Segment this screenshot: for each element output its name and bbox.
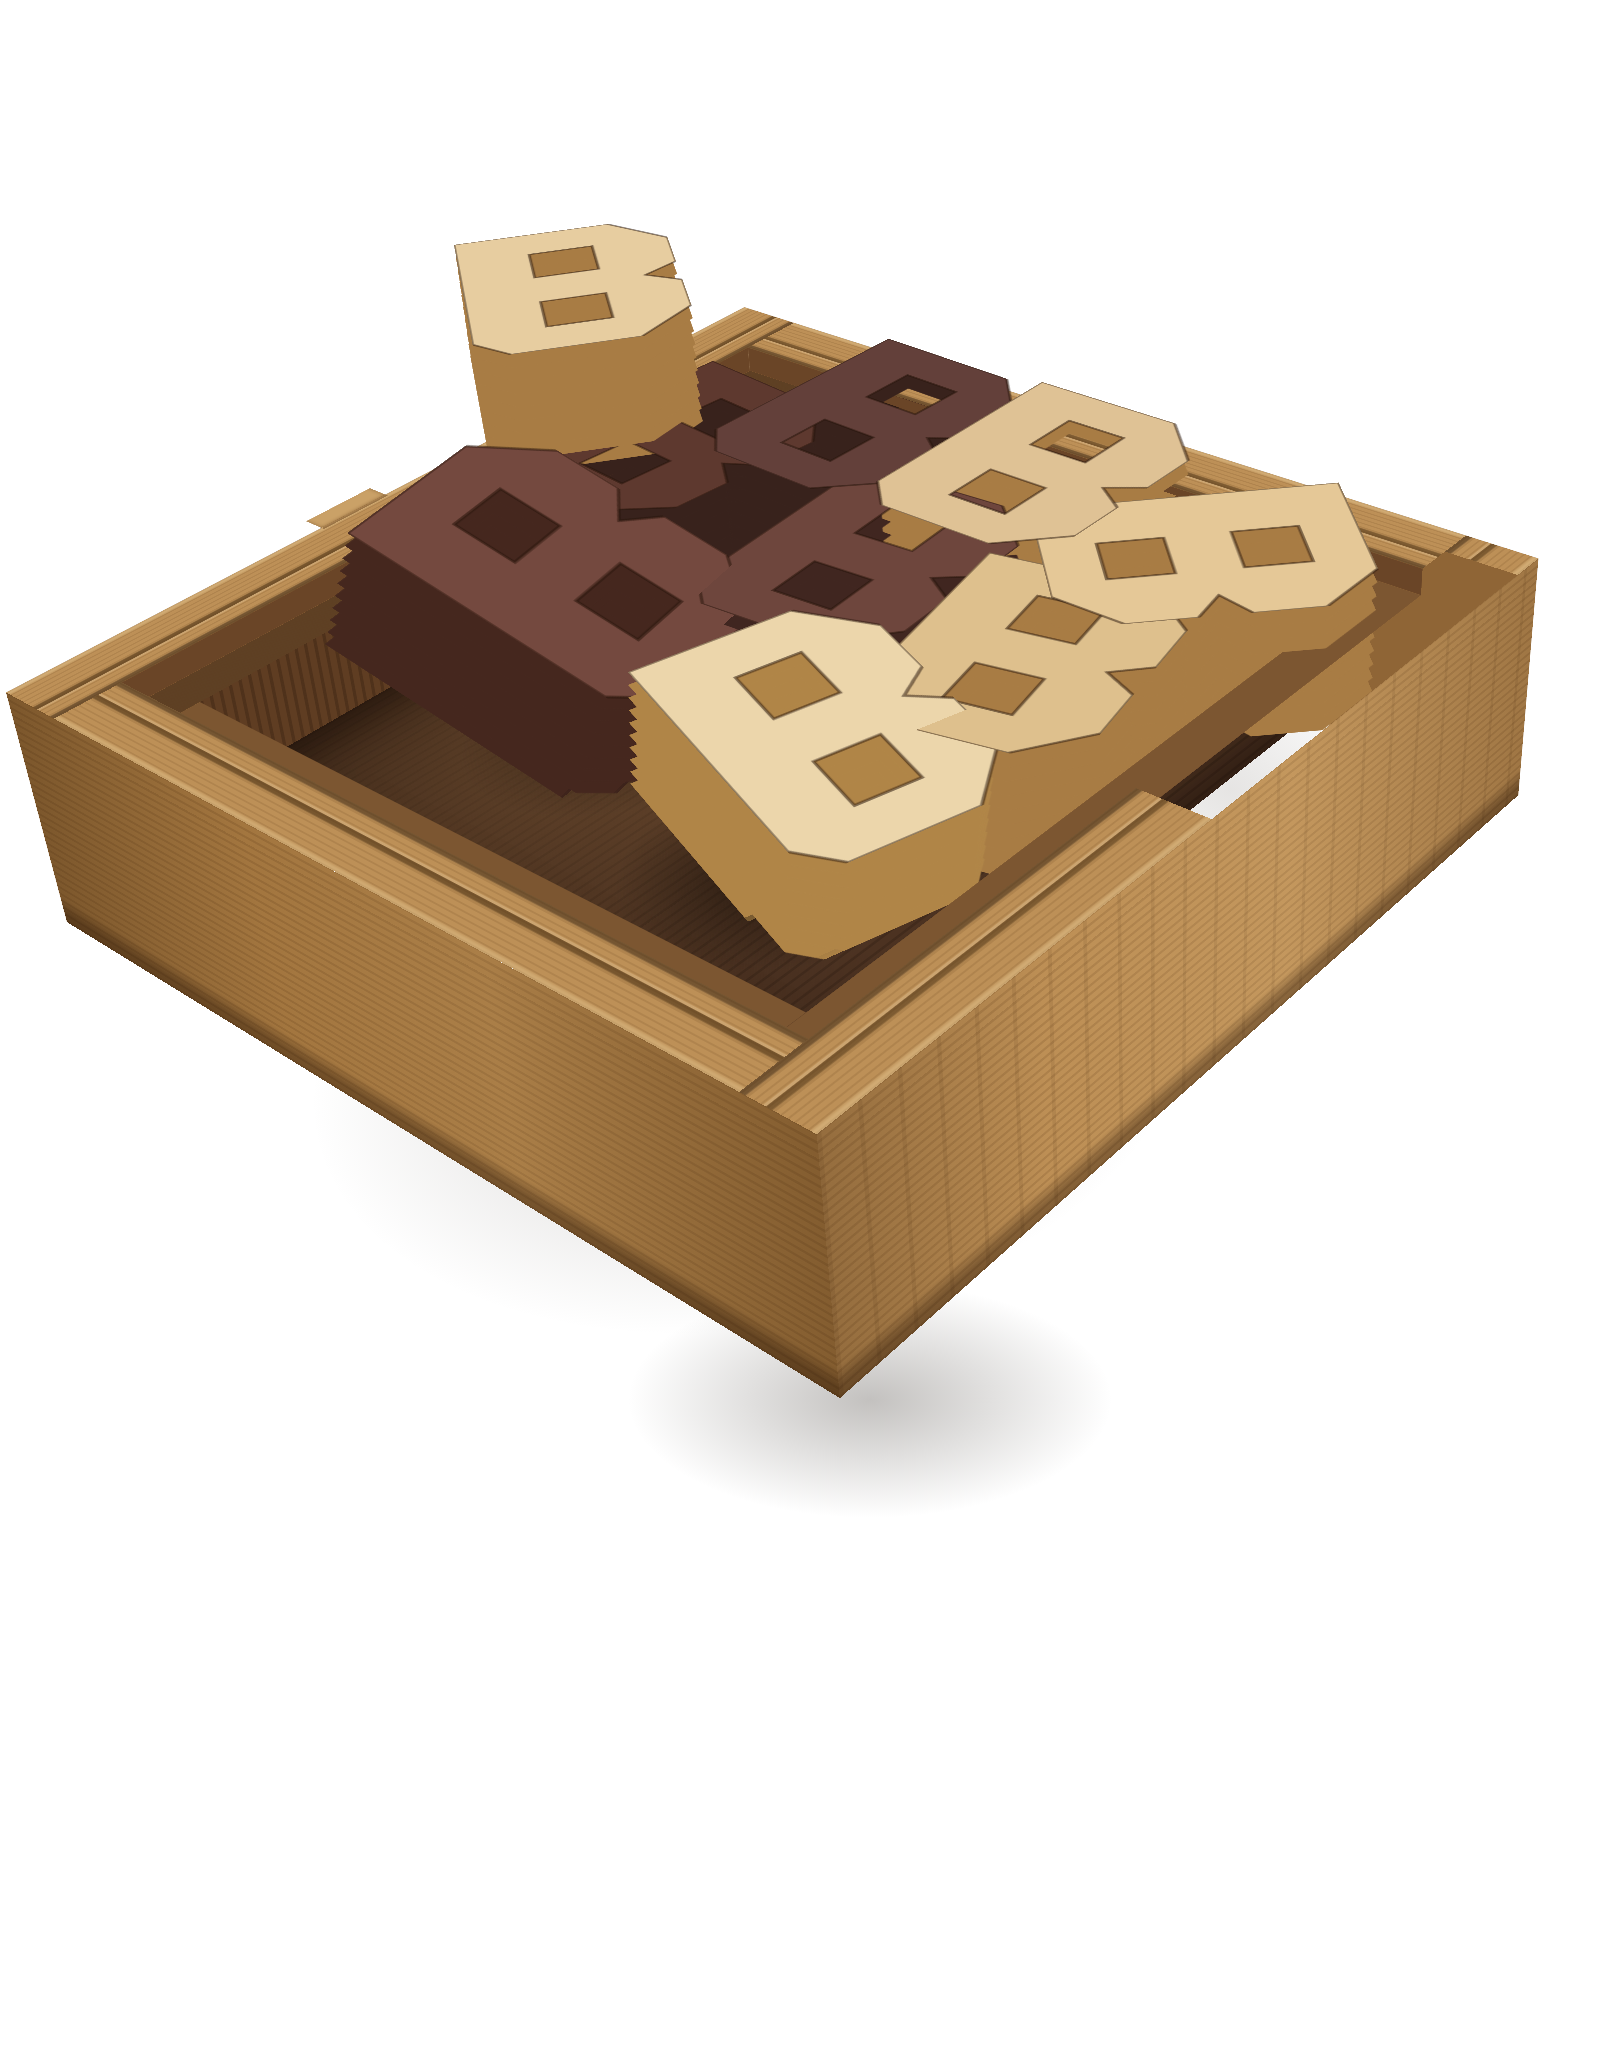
puzzle-tray — [35, 405, 1528, 1262]
photo-canvas: { "game": { "name": "B-Puzzle — wooden l… — [0, 0, 1600, 2048]
camera-view — [0, 0, 1600, 2048]
scene — [0, 0, 1600, 2048]
